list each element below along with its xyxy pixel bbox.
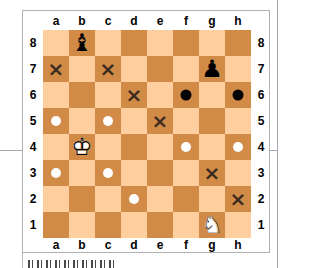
square-f1[interactable]	[173, 212, 199, 238]
square-e5[interactable]: ×	[147, 108, 173, 134]
square-d7[interactable]	[121, 56, 147, 82]
square-b6[interactable]	[69, 82, 95, 108]
square-b5[interactable]	[69, 108, 95, 134]
square-c7[interactable]: ×	[95, 56, 121, 82]
square-a5[interactable]	[43, 108, 69, 134]
file-label-d-bottom: d	[121, 238, 147, 252]
black-dot-mark	[181, 90, 192, 101]
file-label-h-bottom: h	[225, 238, 251, 252]
file-label-g-top: g	[199, 11, 225, 30]
square-d4[interactable]	[121, 134, 147, 160]
file-label-f-top: f	[173, 11, 199, 30]
file-label-d-top: d	[121, 11, 147, 30]
square-g8[interactable]	[199, 30, 225, 56]
square-c1[interactable]	[95, 212, 121, 238]
square-c2[interactable]	[95, 186, 121, 212]
rank-label-3-right: 3	[251, 160, 271, 186]
square-b3[interactable]	[69, 160, 95, 186]
square-h4[interactable]	[225, 134, 251, 160]
square-d1[interactable]	[121, 212, 147, 238]
rank-label-7-right: 7	[251, 56, 271, 82]
square-a8[interactable]	[43, 30, 69, 56]
square-b1[interactable]	[69, 212, 95, 238]
rank-label-5-left: 5	[23, 108, 43, 134]
white-king-outline: ♔	[69, 134, 95, 160]
square-c3[interactable]	[95, 160, 121, 186]
rank-label-8-right: 8	[251, 30, 271, 56]
white-dot-mark	[181, 142, 191, 152]
square-g3[interactable]: ×	[199, 160, 225, 186]
square-d6[interactable]: ×	[121, 82, 147, 108]
square-b2[interactable]	[69, 186, 95, 212]
corner-top-right	[251, 11, 271, 30]
square-e6[interactable]	[147, 82, 173, 108]
rank-label-4-right: 4	[251, 134, 271, 160]
black-pawn-piece: ♟	[199, 56, 225, 82]
square-f6[interactable]	[173, 82, 199, 108]
white-dot-mark	[103, 116, 113, 126]
file-label-b-bottom: b	[69, 238, 95, 252]
square-d2[interactable]	[121, 186, 147, 212]
square-g7[interactable]: ♟	[199, 56, 225, 82]
square-h8[interactable]	[225, 30, 251, 56]
white-king-piece: ♚♔	[69, 134, 95, 160]
rank-label-2-left: 2	[23, 186, 43, 212]
square-a1[interactable]	[43, 212, 69, 238]
caption-box-left-border	[22, 253, 23, 268]
x-mark: ×	[43, 56, 69, 82]
black-pawn-glyph: ♟	[199, 56, 225, 82]
square-a2[interactable]	[43, 186, 69, 212]
file-label-e-bottom: e	[147, 238, 173, 252]
square-c4[interactable]	[95, 134, 121, 160]
square-c8[interactable]	[95, 30, 121, 56]
square-f7[interactable]	[173, 56, 199, 82]
corner-bottom-left	[23, 238, 43, 252]
chess-board: abcdefgh8♝87××♟76×65×54♚♔43×32×21♞♘1abcd…	[23, 11, 271, 252]
file-label-c-bottom: c	[95, 238, 121, 252]
white-dot-mark	[233, 142, 243, 152]
square-f2[interactable]	[173, 186, 199, 212]
square-d5[interactable]	[121, 108, 147, 134]
square-a4[interactable]	[43, 134, 69, 160]
white-knight-outline: ♘	[199, 212, 225, 238]
square-a3[interactable]	[43, 160, 69, 186]
file-label-a-bottom: a	[43, 238, 69, 252]
file-label-e-top: e	[147, 11, 173, 30]
x-mark: ×	[121, 82, 147, 108]
square-f5[interactable]	[173, 108, 199, 134]
square-h5[interactable]	[225, 108, 251, 134]
square-g1[interactable]: ♞♘	[199, 212, 225, 238]
x-mark: ×	[95, 56, 121, 82]
clipped-caption-text	[28, 260, 114, 268]
square-e7[interactable]	[147, 56, 173, 82]
square-e1[interactable]	[147, 212, 173, 238]
square-b8[interactable]: ♝	[69, 30, 95, 56]
white-dot-mark	[51, 168, 61, 178]
square-h7[interactable]	[225, 56, 251, 82]
x-mark: ×	[147, 108, 173, 134]
square-c5[interactable]	[95, 108, 121, 134]
square-e2[interactable]	[147, 186, 173, 212]
square-e8[interactable]	[147, 30, 173, 56]
square-h1[interactable]	[225, 212, 251, 238]
black-bishop-glyph: ♝	[69, 30, 95, 56]
white-dot-mark	[103, 168, 113, 178]
x-mark: ×	[225, 186, 251, 212]
rank-label-6-left: 6	[23, 82, 43, 108]
page-right-border	[277, 0, 278, 268]
square-h2[interactable]: ×	[225, 186, 251, 212]
corner-bottom-right	[251, 238, 271, 252]
square-b7[interactable]	[69, 56, 95, 82]
white-dot-mark	[129, 194, 139, 204]
rank-label-4-left: 4	[23, 134, 43, 160]
square-a6[interactable]	[43, 82, 69, 108]
corner-top-left	[23, 11, 43, 30]
rank-label-1-right: 1	[251, 212, 271, 238]
black-bishop-piece: ♝	[69, 30, 95, 56]
square-g5[interactable]	[199, 108, 225, 134]
rank-label-1-left: 1	[23, 212, 43, 238]
square-g4[interactable]	[199, 134, 225, 160]
rank-label-6-right: 6	[251, 82, 271, 108]
x-mark: ×	[199, 160, 225, 186]
square-h3[interactable]	[225, 160, 251, 186]
square-f3[interactable]	[173, 160, 199, 186]
square-e4[interactable]	[147, 134, 173, 160]
white-knight-piece: ♞♘	[199, 212, 225, 238]
square-g6[interactable]	[199, 82, 225, 108]
square-f4[interactable]	[173, 134, 199, 160]
square-e3[interactable]	[147, 160, 173, 186]
file-label-b-top: b	[69, 11, 95, 30]
rank-label-2-right: 2	[251, 186, 271, 212]
square-b4[interactable]: ♚♔	[69, 134, 95, 160]
square-a7[interactable]: ×	[43, 56, 69, 82]
chess-diagram-frame: abcdefgh8♝87××♟76×65×54♚♔43×32×21♞♘1abcd…	[22, 10, 270, 253]
file-label-c-top: c	[95, 11, 121, 30]
rank-label-5-right: 5	[251, 108, 271, 134]
square-g2[interactable]	[199, 186, 225, 212]
square-f8[interactable]	[173, 30, 199, 56]
rank-label-3-left: 3	[23, 160, 43, 186]
rank-label-7-left: 7	[23, 56, 43, 82]
file-label-h-top: h	[225, 11, 251, 30]
rank-label-8-left: 8	[23, 30, 43, 56]
square-d8[interactable]	[121, 30, 147, 56]
white-dot-mark	[51, 116, 61, 126]
file-label-a-top: a	[43, 11, 69, 30]
black-dot-mark	[233, 90, 244, 101]
square-d3[interactable]	[121, 160, 147, 186]
file-label-g-bottom: g	[199, 238, 225, 252]
square-c6[interactable]	[95, 82, 121, 108]
square-h6[interactable]	[225, 82, 251, 108]
file-label-f-bottom: f	[173, 238, 199, 252]
